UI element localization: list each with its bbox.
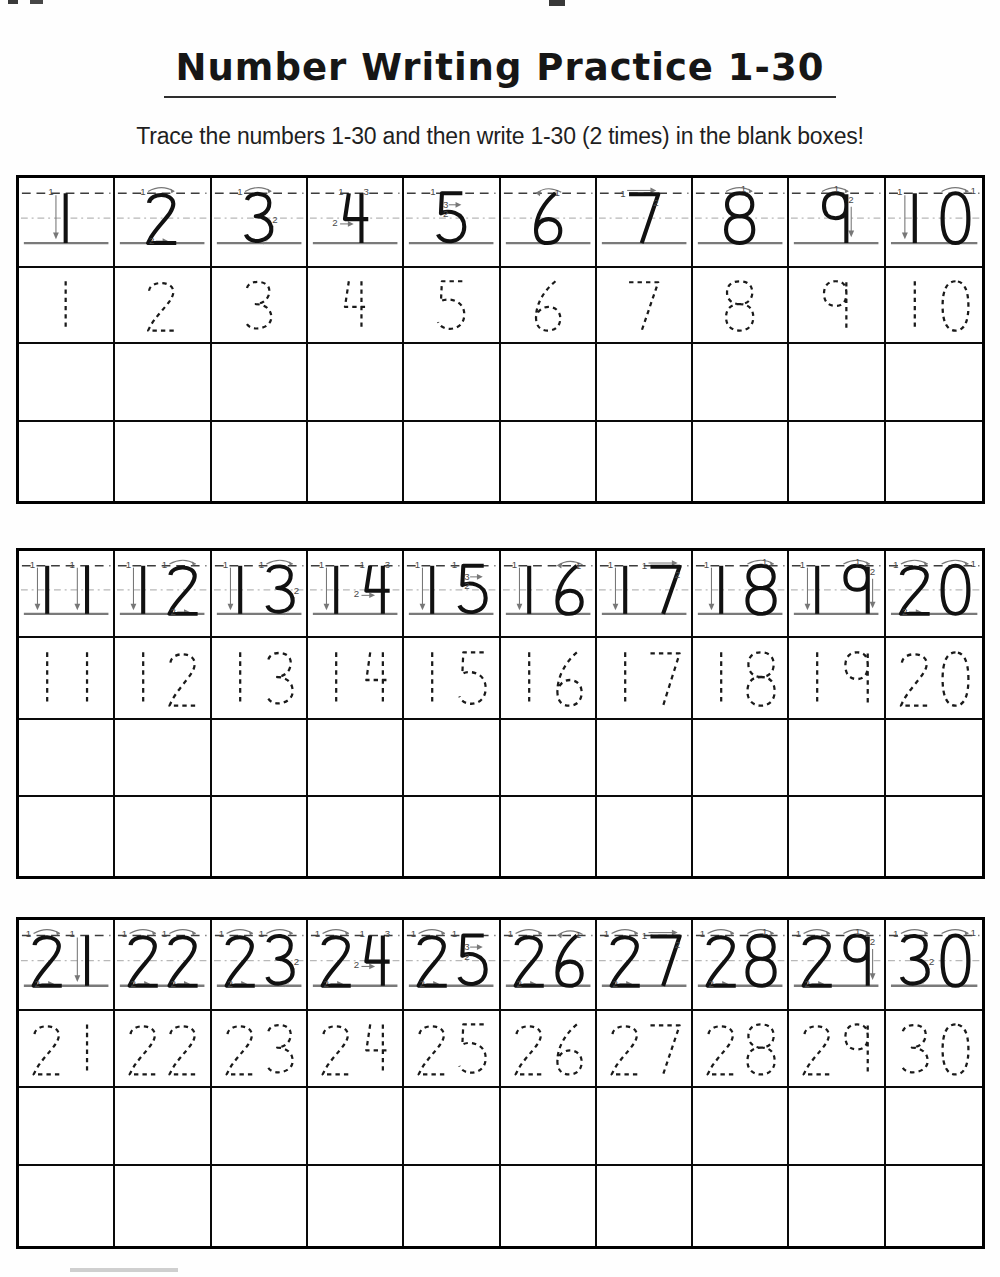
svg-text:1: 1 [897,186,903,197]
write-box-g2-r3-c7[interactable] [597,720,693,797]
model-cell-25: 12132 [404,920,500,1011]
svg-text:1: 1 [258,928,263,939]
svg-text:3: 3 [385,559,390,570]
trace-cell-19 [789,638,885,720]
write-box-g3-r3-c3[interactable] [212,1088,308,1166]
model-cell-9: 12 [789,178,885,268]
model-number-20-graphic: 121 [886,551,982,636]
trace-number-7-graphic [597,268,691,342]
instructions-text: Trace the numbers 1-30 and then write 1-… [0,123,1000,150]
svg-text:1: 1 [359,559,364,570]
write-box-g3-r3-c10[interactable] [886,1088,982,1166]
trace-cell-29 [789,1011,885,1088]
svg-text:2: 2 [443,208,448,219]
write-box-g1-r3-c1[interactable] [19,344,115,422]
svg-text:1: 1 [26,928,31,939]
svg-text:1: 1 [800,559,805,570]
write-box-g3-r4-c2[interactable] [115,1166,211,1246]
trace-number-6-graphic [501,268,595,342]
svg-text:2: 2 [653,197,658,208]
trace-cell-10 [886,268,982,344]
write-box-g1-r3-c9[interactable] [789,344,885,422]
svg-text:2: 2 [149,235,154,246]
write-box-g3-r4-c4[interactable] [308,1166,404,1246]
model-cell-11: 11 [19,551,115,638]
svg-text:2: 2 [870,566,875,577]
write-box-g1-r4-c3[interactable] [212,422,308,501]
trace-cell-16 [501,638,597,720]
trace-number-19-graphic [789,638,883,718]
trace-number-10-graphic [886,268,982,342]
write-box-g1-r4-c1[interactable] [19,422,115,501]
trace-number-29-graphic [789,1011,883,1086]
model-number-27-graphic: 1212 [597,920,691,1009]
write-box-g2-r3-c5[interactable] [404,720,500,797]
svg-text:1: 1 [430,186,435,197]
trace-cell-4 [308,268,404,344]
svg-text:1: 1 [70,928,75,939]
model-cell-27: 1212 [597,920,693,1011]
trace-number-5-graphic [404,268,498,342]
svg-text:2: 2 [464,951,469,962]
model-cell-1: 1 [19,178,115,268]
svg-text:1: 1 [415,559,420,570]
trace-cell-21 [19,1011,115,1088]
trace-cell-3 [212,268,308,344]
model-cell-14: 1132 [308,551,404,638]
trace-cell-20 [886,638,982,720]
write-box-g3-r4-c8[interactable] [693,1166,789,1246]
model-number-26-graphic: 121 [501,920,595,1009]
svg-text:1: 1 [970,558,976,569]
svg-text:1: 1 [511,559,516,570]
svg-text:1: 1 [141,186,146,197]
scan-artifact-top-left-2 [30,0,43,4]
svg-text:2: 2 [675,939,680,950]
svg-text:1: 1 [700,928,705,939]
svg-text:1: 1 [554,187,559,198]
write-box-g2-r4-c7[interactable] [597,797,693,876]
trace-cell-30 [886,1011,982,1088]
model-cell-19: 112 [789,551,885,638]
model-cell-16: 11 [501,551,597,638]
svg-text:1: 1 [218,928,223,939]
trace-number-2-graphic [115,268,209,342]
svg-text:1: 1 [704,559,709,570]
model-number-6-graphic: 1 [501,178,595,266]
svg-text:2: 2 [171,606,176,617]
svg-text:2: 2 [332,217,337,228]
svg-text:1: 1 [319,559,324,570]
svg-text:1: 1 [642,930,647,941]
svg-text:1: 1 [604,928,609,939]
write-box-g1-r4-c9[interactable] [789,422,885,501]
model-cell-7: 12 [597,178,693,268]
svg-text:1: 1 [162,928,167,939]
svg-text:1: 1 [359,928,364,939]
model-number-22-graphic: 1212 [115,920,209,1009]
svg-text:2: 2 [805,978,810,989]
write-box-g2-r3-c4[interactable] [308,720,404,797]
write-box-g3-r3-c8[interactable] [693,1088,789,1166]
trace-cell-24 [308,1011,404,1088]
model-cell-20: 121 [886,551,982,638]
svg-text:1: 1 [893,559,899,570]
trace-cell-22 [115,1011,211,1088]
practice-grid-11-20: 11112112113211321111211112121 [16,548,985,879]
model-number-23-graphic: 1212 [212,920,306,1009]
trace-number-1-graphic [19,268,113,342]
model-number-17-graphic: 112 [597,551,691,636]
trace-number-8-graphic [693,268,787,342]
svg-text:2: 2 [709,978,714,989]
model-number-30-graphic: 121 [886,920,982,1009]
trace-number-3-graphic [212,268,306,342]
svg-text:2: 2 [902,606,908,617]
model-cell-3: 12 [212,178,308,268]
model-number-10-graphic: 11 [886,178,982,266]
write-box-g2-r4-c2[interactable] [115,797,211,876]
model-cell-22: 1212 [115,920,211,1011]
svg-text:1: 1 [893,929,899,940]
model-cell-8: 1 [693,178,789,268]
trace-number-16-graphic [501,638,595,718]
model-cell-24: 12132 [308,920,404,1011]
write-box-g1-r3-c8[interactable] [693,344,789,422]
model-number-15-graphic: 1132 [404,551,498,636]
svg-text:1: 1 [237,186,242,197]
model-cell-30: 121 [886,920,982,1011]
practice-grid-1-10: 1121213213211211211 [16,175,985,504]
svg-text:2: 2 [612,978,617,989]
svg-text:1: 1 [796,928,801,939]
trace-cell-14 [308,638,404,720]
trace-cell-7 [597,268,693,344]
write-box-g3-r3-c2[interactable] [115,1088,211,1166]
trace-number-17-graphic [597,638,691,718]
write-box-g3-r4-c1[interactable] [19,1166,115,1246]
svg-text:2: 2 [171,978,176,989]
model-number-5-graphic: 132 [404,178,498,266]
trace-cell-28 [693,1011,789,1088]
write-box-g3-r4-c5[interactable] [404,1166,500,1246]
trace-cell-11 [19,638,115,720]
model-number-16-graphic: 11 [501,551,595,636]
svg-text:2: 2 [323,978,328,989]
svg-text:1: 1 [452,928,457,939]
svg-text:2: 2 [849,194,854,205]
model-cell-17: 112 [597,551,693,638]
write-box-g1-r3-c2[interactable] [115,344,211,422]
model-number-3-graphic: 12 [212,178,306,266]
model-number-11-graphic: 11 [19,551,113,636]
svg-text:2: 2 [420,978,425,989]
trace-number-27-graphic [597,1011,691,1086]
model-number-29-graphic: 1212 [789,920,883,1009]
trace-number-9-graphic [789,268,883,342]
svg-text:2: 2 [272,214,277,225]
svg-text:1: 1 [970,185,976,196]
svg-text:1: 1 [70,559,75,570]
trace-number-12-graphic [115,638,209,718]
write-box-g3-r3-c5[interactable] [404,1088,500,1166]
svg-text:2: 2 [464,580,469,591]
write-box-g1-r4-c8[interactable] [693,422,789,501]
trace-number-23-graphic [212,1011,306,1086]
write-box-g2-r3-c8[interactable] [693,720,789,797]
write-box-g1-r3-c4[interactable] [308,344,404,422]
model-number-19-graphic: 112 [789,551,883,636]
model-number-9-graphic: 12 [789,178,883,266]
model-cell-10: 11 [886,178,982,268]
model-cell-15: 1132 [404,551,500,638]
svg-text:1: 1 [762,926,767,937]
write-box-g1-r4-c5[interactable] [404,422,500,501]
trace-cell-1 [19,268,115,344]
trace-cell-12 [115,638,211,720]
write-box-g2-r4-c8[interactable] [693,797,789,876]
practice-grid-21-30: 12112121212121321213212112121211212121 [16,917,985,1249]
trace-number-24-graphic [308,1011,402,1086]
svg-text:2: 2 [131,978,136,989]
svg-text:2: 2 [35,978,40,989]
trace-cell-18 [693,638,789,720]
write-box-g1-r3-c5[interactable] [404,344,500,422]
model-cell-29: 1212 [789,920,885,1011]
trace-cell-23 [212,1011,308,1088]
model-cell-18: 11 [693,551,789,638]
trace-cell-27 [597,1011,693,1088]
trace-number-14-graphic [308,638,402,718]
write-box-g2-r4-c9[interactable] [789,797,885,876]
trace-cell-25 [404,1011,500,1088]
model-number-12-graphic: 112 [115,551,209,636]
write-box-g3-r4-c6[interactable] [501,1166,597,1246]
trace-cell-17 [597,638,693,720]
write-box-g2-r3-c2[interactable] [115,720,211,797]
model-number-4-graphic: 132 [308,178,402,266]
model-number-18-graphic: 11 [693,551,787,636]
trace-number-28-graphic [693,1011,787,1086]
trace-cell-5 [404,268,500,344]
model-number-28-graphic: 121 [693,920,787,1009]
model-cell-23: 1212 [212,920,308,1011]
svg-text:1: 1 [258,559,263,570]
write-box-g2-r4-c1[interactable] [19,797,115,876]
trace-number-13-graphic [212,638,306,718]
model-number-8-graphic: 1 [693,178,787,266]
page-title-text: Number Writing Practice 1-30 [164,46,837,98]
svg-text:3: 3 [385,928,390,939]
write-box-g3-r4-c10[interactable] [886,1166,982,1246]
svg-text:1: 1 [48,186,53,197]
model-cell-2: 12 [115,178,211,268]
svg-text:1: 1 [834,183,839,194]
write-box-g3-r3-c9[interactable] [789,1088,885,1166]
write-box-g3-r3-c1[interactable] [19,1088,115,1166]
svg-text:1: 1 [620,188,625,199]
svg-text:2: 2 [516,978,521,989]
svg-text:1: 1 [162,559,167,570]
svg-text:2: 2 [354,588,359,599]
trace-cell-26 [501,1011,597,1088]
scan-artifact-top-center [549,0,565,6]
model-cell-28: 121 [693,920,789,1011]
trace-cell-13 [212,638,308,720]
model-number-13-graphic: 112 [212,551,306,636]
model-number-2-graphic: 12 [115,178,209,266]
write-box-g1-r4-c7[interactable] [597,422,693,501]
svg-text:1: 1 [222,559,227,570]
write-box-g2-r3-c10[interactable] [886,720,982,797]
model-cell-4: 132 [308,178,404,268]
trace-number-18-graphic [693,638,787,718]
scan-artifact-top-left-1 [8,0,18,4]
svg-text:1: 1 [507,928,512,939]
trace-number-30-graphic [886,1011,982,1086]
svg-text:2: 2 [293,586,298,597]
trace-cell-2 [115,268,211,344]
svg-text:3: 3 [363,186,368,197]
trace-number-21-graphic [19,1011,113,1086]
write-box-g1-r3-c6[interactable] [501,344,597,422]
write-box-g2-r3-c3[interactable] [212,720,308,797]
svg-text:1: 1 [575,560,580,571]
write-box-g2-r4-c4[interactable] [308,797,404,876]
svg-text:2: 2 [293,956,298,967]
svg-text:1: 1 [970,928,976,939]
svg-text:2: 2 [227,978,232,989]
trace-number-22-graphic [115,1011,209,1086]
trace-cell-9 [789,268,885,344]
svg-text:2: 2 [870,936,875,947]
svg-text:1: 1 [575,929,580,940]
model-cell-13: 112 [212,551,308,638]
write-box-g3-r4-c9[interactable] [789,1166,885,1246]
svg-text:1: 1 [315,928,320,939]
svg-text:1: 1 [126,559,131,570]
trace-number-11-graphic [19,638,113,718]
svg-text:1: 1 [452,559,457,570]
model-number-21-graphic: 121 [19,920,113,1009]
trace-cell-8 [693,268,789,344]
trace-cell-6 [501,268,597,344]
svg-text:1: 1 [642,561,647,572]
model-number-24-graphic: 12132 [308,920,402,1009]
svg-text:1: 1 [411,928,416,939]
scan-artifact-bottom-left [70,1268,178,1272]
write-box-g3-r3-c4[interactable] [308,1088,404,1166]
write-box-g2-r4-c6[interactable] [501,797,597,876]
model-cell-26: 121 [501,920,597,1011]
write-box-g2-r3-c1[interactable] [19,720,115,797]
svg-text:2: 2 [675,569,680,580]
write-box-g3-r4-c7[interactable] [597,1166,693,1246]
write-box-g1-r4-c4[interactable] [308,422,404,501]
model-cell-21: 121 [19,920,115,1011]
model-number-7-graphic: 12 [597,178,691,266]
model-number-25-graphic: 12132 [404,920,498,1009]
write-box-g2-r4-c10[interactable] [886,797,982,876]
trace-number-4-graphic [308,268,402,342]
write-box-g1-r3-c10[interactable] [886,344,982,422]
write-box-g3-r3-c7[interactable] [597,1088,693,1166]
trace-number-15-graphic [404,638,498,718]
trace-number-26-graphic [501,1011,595,1086]
model-cell-12: 112 [115,551,211,638]
svg-text:1: 1 [741,183,746,194]
model-number-1-graphic: 1 [19,178,113,266]
write-box-g1-r4-c6[interactable] [501,422,597,501]
write-box-g1-r4-c2[interactable] [115,422,211,501]
write-box-g3-r3-c6[interactable] [501,1088,597,1166]
svg-text:2: 2 [354,959,359,970]
svg-text:1: 1 [762,556,767,567]
svg-text:1: 1 [338,186,343,197]
trace-number-20-graphic [886,638,982,718]
write-box-g2-r4-c3[interactable] [212,797,308,876]
model-number-14-graphic: 1132 [308,551,402,636]
model-cell-6: 1 [501,178,597,268]
svg-text:1: 1 [855,926,860,937]
worksheet-page: Number Writing Practice 1-30 Trace the n… [0,0,1000,1277]
model-cell-5: 132 [404,178,500,268]
svg-text:2: 2 [928,957,934,968]
write-box-g1-r3-c3[interactable] [212,344,308,422]
svg-text:1: 1 [122,928,127,939]
write-box-g2-r3-c9[interactable] [789,720,885,797]
page-title: Number Writing Practice 1-30 [0,46,1000,98]
write-box-g2-r4-c5[interactable] [404,797,500,876]
write-box-g2-r3-c6[interactable] [501,720,597,797]
svg-text:1: 1 [607,559,612,570]
svg-text:1: 1 [30,559,35,570]
trace-number-25-graphic [404,1011,498,1086]
write-box-g1-r4-c10[interactable] [886,422,982,501]
svg-text:1: 1 [855,556,860,567]
trace-cell-15 [404,638,500,720]
write-box-g3-r4-c3[interactable] [212,1166,308,1246]
write-box-g1-r3-c7[interactable] [597,344,693,422]
